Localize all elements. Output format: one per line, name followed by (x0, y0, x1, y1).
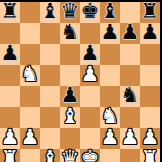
square-h6[interactable] (140, 44, 160, 65)
square-f6[interactable] (100, 44, 120, 65)
piece-black-rook[interactable]: ♜ (1, 1, 20, 22)
square-c8[interactable]: ♝ (40, 2, 60, 23)
square-h4[interactable] (140, 86, 160, 107)
piece-white-queen[interactable]: ♛ (61, 148, 80, 162)
piece-white-rook[interactable]: ♜ (1, 148, 20, 162)
square-e8[interactable]: ♚ (80, 2, 100, 23)
square-c6[interactable] (40, 44, 60, 65)
square-h7[interactable]: ♟ (140, 23, 160, 44)
square-h5[interactable] (140, 65, 160, 86)
piece-white-king[interactable]: ♚ (81, 148, 100, 162)
square-b1[interactable] (20, 149, 40, 162)
square-b5[interactable]: ♞ (20, 65, 40, 86)
piece-white-pawn[interactable]: ♟ (21, 127, 40, 148)
board-frame: ♜♝♛♚♝♜♞♟♟♟♟♟♞♟♟♞♝♞♟♟♟♟♟♜♝♛♚♜ (0, 0, 162, 162)
square-g7[interactable]: ♟ (120, 23, 140, 44)
piece-black-pawn[interactable]: ♟ (141, 22, 160, 43)
square-e5[interactable]: ♟ (80, 65, 100, 86)
square-d3[interactable]: ♝ (60, 107, 80, 128)
piece-black-pawn[interactable]: ♟ (81, 43, 100, 64)
square-d7[interactable]: ♞ (60, 23, 80, 44)
square-e3[interactable] (80, 107, 100, 128)
piece-black-pawn[interactable]: ♟ (61, 85, 80, 106)
square-a8[interactable]: ♜ (0, 2, 20, 23)
piece-white-bishop[interactable]: ♝ (41, 148, 60, 162)
square-a5[interactable] (0, 65, 20, 86)
square-g4[interactable]: ♞ (120, 86, 140, 107)
chess-board: ♜♝♛♚♝♜♞♟♟♟♟♟♞♟♟♞♝♞♟♟♟♟♟♜♝♛♚♜ (0, 2, 160, 160)
piece-white-pawn[interactable]: ♟ (101, 127, 120, 148)
square-b8[interactable] (20, 2, 40, 23)
piece-white-rook[interactable]: ♜ (141, 148, 160, 162)
piece-black-bishop[interactable]: ♝ (101, 1, 120, 22)
piece-white-pawn[interactable]: ♟ (141, 127, 160, 148)
piece-white-pawn[interactable]: ♟ (121, 127, 140, 148)
square-e4[interactable] (80, 86, 100, 107)
piece-black-pawn[interactable]: ♟ (121, 22, 140, 43)
square-c4[interactable] (40, 86, 60, 107)
piece-black-knight[interactable]: ♞ (121, 85, 140, 106)
square-a4[interactable] (0, 86, 20, 107)
square-c3[interactable] (40, 107, 60, 128)
piece-black-pawn[interactable]: ♟ (101, 22, 120, 43)
square-g6[interactable] (120, 44, 140, 65)
piece-black-king[interactable]: ♚ (81, 1, 100, 22)
square-f5[interactable] (100, 65, 120, 86)
square-c5[interactable] (40, 65, 60, 86)
square-e1[interactable]: ♚ (80, 149, 100, 162)
piece-black-knight[interactable]: ♞ (61, 22, 80, 43)
square-c7[interactable] (40, 23, 60, 44)
piece-white-pawn[interactable]: ♟ (81, 64, 100, 85)
square-a1[interactable]: ♜ (0, 149, 20, 162)
piece-white-pawn[interactable]: ♟ (1, 127, 20, 148)
piece-white-bishop[interactable]: ♝ (61, 106, 80, 127)
square-g2[interactable]: ♟ (120, 128, 140, 149)
square-f2[interactable]: ♟ (100, 128, 120, 149)
square-d1[interactable]: ♛ (60, 149, 80, 162)
square-b7[interactable] (20, 23, 40, 44)
piece-black-pawn[interactable]: ♟ (1, 43, 20, 64)
square-c1[interactable]: ♝ (40, 149, 60, 162)
square-a6[interactable]: ♟ (0, 44, 20, 65)
square-b4[interactable] (20, 86, 40, 107)
piece-white-knight[interactable]: ♞ (21, 64, 40, 85)
piece-black-rook[interactable]: ♜ (141, 1, 160, 22)
square-h1[interactable]: ♜ (140, 149, 160, 162)
piece-white-knight[interactable]: ♞ (101, 106, 120, 127)
piece-black-bishop[interactable]: ♝ (41, 1, 60, 22)
square-g1[interactable] (120, 149, 140, 162)
square-b2[interactable]: ♟ (20, 128, 40, 149)
piece-black-queen[interactable]: ♛ (61, 1, 80, 22)
square-f1[interactable] (100, 149, 120, 162)
square-f7[interactable]: ♟ (100, 23, 120, 44)
square-d6[interactable] (60, 44, 80, 65)
